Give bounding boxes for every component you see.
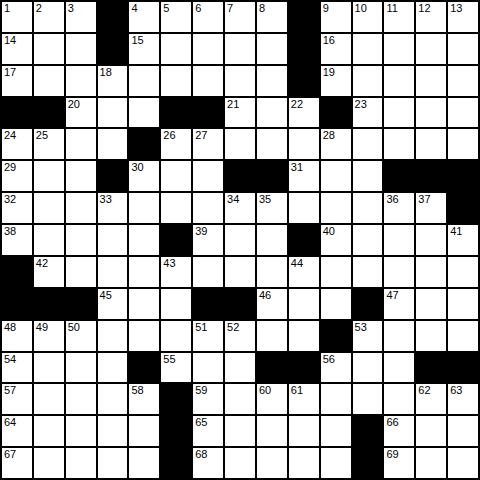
cell-r14c9[interactable] <box>257 416 287 446</box>
cell-r9c5[interactable] <box>129 257 159 287</box>
cell-r7c8[interactable]: 34 <box>225 193 255 223</box>
cell-r8c12[interactable] <box>353 225 383 255</box>
clue-number-18: 18 <box>100 66 112 79</box>
cell-r13c5[interactable]: 58 <box>129 384 159 414</box>
cell-r8c8[interactable] <box>225 225 255 255</box>
clue-number-45: 45 <box>100 289 112 302</box>
black-cell-r6c13 <box>384 161 414 191</box>
clue-number-8: 8 <box>259 2 265 15</box>
cell-r3c7[interactable] <box>193 66 223 96</box>
cell-r1c1[interactable]: 1 <box>2 2 32 32</box>
black-cell-r10c3 <box>66 289 96 319</box>
black-cell-r7c15 <box>448 193 478 223</box>
cell-r9c10[interactable]: 44 <box>289 257 319 287</box>
cell-r1c6[interactable]: 5 <box>161 2 191 32</box>
black-cell-r3c10 <box>289 66 319 96</box>
cell-r9c8[interactable] <box>225 257 255 287</box>
cell-r8c15[interactable]: 41 <box>448 225 478 255</box>
black-cell-r4c1 <box>2 98 32 128</box>
black-cell-r10c12 <box>353 289 383 319</box>
cell-r1c9[interactable]: 8 <box>257 2 287 32</box>
cell-r5c4[interactable] <box>98 129 128 159</box>
cell-r15c14[interactable] <box>416 448 446 478</box>
cell-r15c10[interactable] <box>289 448 319 478</box>
black-cell-r9c1 <box>2 257 32 287</box>
clue-number-39: 39 <box>195 225 207 238</box>
cell-r8c3[interactable] <box>66 225 96 255</box>
clue-number-16: 16 <box>323 34 335 47</box>
cell-r3c15[interactable] <box>448 66 478 96</box>
cell-r6c12[interactable] <box>353 161 383 191</box>
clue-number-10: 10 <box>355 2 367 15</box>
clue-number-64: 64 <box>4 416 16 429</box>
black-cell-r12c5 <box>129 353 159 383</box>
clue-number-66: 66 <box>386 416 398 429</box>
cell-r15c4[interactable] <box>98 448 128 478</box>
cell-r12c12[interactable] <box>353 353 383 383</box>
cell-r3c5[interactable] <box>129 66 159 96</box>
cell-r9c13[interactable] <box>384 257 414 287</box>
clue-number-59: 59 <box>195 384 207 397</box>
clue-number-43: 43 <box>163 257 175 270</box>
cell-r3c6[interactable] <box>161 66 191 96</box>
cell-r7c5[interactable] <box>129 193 159 223</box>
clue-number-11: 11 <box>386 2 397 15</box>
cell-r11c2[interactable]: 49 <box>34 321 64 351</box>
clue-number-69: 69 <box>386 448 398 461</box>
cell-r4c3[interactable]: 20 <box>66 98 96 128</box>
cell-r15c11[interactable] <box>321 448 351 478</box>
cell-r2c2[interactable] <box>34 34 64 64</box>
cell-r7c12[interactable] <box>353 193 383 223</box>
cell-r7c3[interactable] <box>66 193 96 223</box>
cell-r8c13[interactable] <box>384 225 414 255</box>
clue-number-19: 19 <box>323 66 335 79</box>
cell-r6c3[interactable] <box>66 161 96 191</box>
clue-number-26: 26 <box>163 129 175 142</box>
clue-number-9: 9 <box>323 2 329 15</box>
cell-r11c9[interactable] <box>257 321 287 351</box>
cell-r8c2[interactable] <box>34 225 64 255</box>
cell-r2c5[interactable]: 15 <box>129 34 159 64</box>
clue-number-62: 62 <box>418 384 430 397</box>
cell-r14c7[interactable]: 65 <box>193 416 223 446</box>
cell-r10c9[interactable]: 46 <box>257 289 287 319</box>
black-cell-r12c15 <box>448 353 478 383</box>
cell-r15c15[interactable] <box>448 448 478 478</box>
cell-r2c7[interactable] <box>193 34 223 64</box>
cell-r11c10[interactable] <box>289 321 319 351</box>
cell-r8c1[interactable]: 38 <box>2 225 32 255</box>
cell-r15c3[interactable] <box>66 448 96 478</box>
clue-number-57: 57 <box>4 384 16 397</box>
cell-r1c12[interactable]: 10 <box>353 2 383 32</box>
clue-number-63: 63 <box>450 384 462 397</box>
cell-r7c2[interactable] <box>34 193 64 223</box>
cell-r9c14[interactable] <box>416 257 446 287</box>
cell-r14c10[interactable] <box>289 416 319 446</box>
black-cell-r10c1 <box>2 289 32 319</box>
clue-number-50: 50 <box>68 321 80 334</box>
clue-number-25: 25 <box>36 129 48 142</box>
cell-r11c14[interactable] <box>416 321 446 351</box>
cell-r9c9[interactable] <box>257 257 287 287</box>
clue-number-23: 23 <box>355 98 367 111</box>
clue-number-22: 22 <box>291 98 303 111</box>
clue-number-28: 28 <box>323 129 335 142</box>
cell-r8c14[interactable] <box>416 225 446 255</box>
cell-r9c6[interactable]: 43 <box>161 257 191 287</box>
cell-r12c4[interactable] <box>98 353 128 383</box>
clue-number-55: 55 <box>163 353 175 366</box>
cell-r6c11[interactable] <box>321 161 351 191</box>
cell-r10c4[interactable]: 45 <box>98 289 128 319</box>
cell-r4c10[interactable]: 22 <box>289 98 319 128</box>
black-cell-r5c5 <box>129 129 159 159</box>
clue-number-6: 6 <box>195 2 201 15</box>
cell-r4c4[interactable] <box>98 98 128 128</box>
cell-r2c11[interactable]: 16 <box>321 34 351 64</box>
black-cell-r12c10 <box>289 353 319 383</box>
cell-r1c14[interactable]: 12 <box>416 2 446 32</box>
black-cell-r6c8 <box>225 161 255 191</box>
cell-r2c15[interactable] <box>448 34 478 64</box>
cell-r9c12[interactable] <box>353 257 383 287</box>
clue-number-56: 56 <box>323 353 335 366</box>
cell-r9c11[interactable] <box>321 257 351 287</box>
cell-r15c1[interactable]: 67 <box>2 448 32 478</box>
cell-r7c11[interactable] <box>321 193 351 223</box>
clue-number-21: 21 <box>227 98 239 111</box>
black-cell-r4c2 <box>34 98 64 128</box>
cell-r3c3[interactable] <box>66 66 96 96</box>
cell-r11c4[interactable] <box>98 321 128 351</box>
cell-r5c13[interactable] <box>384 129 414 159</box>
cell-r5c2[interactable]: 25 <box>34 129 64 159</box>
clue-number-49: 49 <box>36 321 48 334</box>
cell-r3c13[interactable] <box>384 66 414 96</box>
clue-number-44: 44 <box>291 257 303 270</box>
cell-r6c5[interactable]: 30 <box>129 161 159 191</box>
cell-r9c15[interactable] <box>448 257 478 287</box>
clue-number-40: 40 <box>323 225 335 238</box>
clue-number-1: 1 <box>4 2 10 15</box>
cell-r4c12[interactable]: 23 <box>353 98 383 128</box>
clue-number-31: 31 <box>291 161 303 174</box>
cell-r10c15[interactable] <box>448 289 478 319</box>
cell-r5c10[interactable] <box>289 129 319 159</box>
black-cell-r4c6 <box>161 98 191 128</box>
cell-r3c12[interactable] <box>353 66 383 96</box>
cell-r13c13[interactable] <box>384 384 414 414</box>
cell-r5c1[interactable]: 24 <box>2 129 32 159</box>
black-cell-r15c12 <box>353 448 383 478</box>
cell-r4c13[interactable] <box>384 98 414 128</box>
clue-number-61: 61 <box>291 384 303 397</box>
cell-r10c6[interactable] <box>161 289 191 319</box>
cell-r13c9[interactable]: 60 <box>257 384 287 414</box>
clue-number-13: 13 <box>450 2 462 15</box>
cell-r3c9[interactable] <box>257 66 287 96</box>
cell-r7c14[interactable]: 37 <box>416 193 446 223</box>
black-cell-r12c14 <box>416 353 446 383</box>
cell-r11c13[interactable] <box>384 321 414 351</box>
cell-r6c7[interactable] <box>193 161 223 191</box>
black-cell-r1c4 <box>98 2 128 32</box>
clue-number-58: 58 <box>131 384 143 397</box>
cell-r8c7[interactable]: 39 <box>193 225 223 255</box>
cell-r1c11[interactable]: 9 <box>321 2 351 32</box>
cell-r5c15[interactable] <box>448 129 478 159</box>
cell-r4c14[interactable] <box>416 98 446 128</box>
cell-r13c14[interactable]: 62 <box>416 384 446 414</box>
cell-r2c1[interactable]: 14 <box>2 34 32 64</box>
cell-r2c12[interactable] <box>353 34 383 64</box>
clue-number-7: 7 <box>227 2 233 15</box>
cell-r13c1[interactable]: 57 <box>2 384 32 414</box>
cell-r12c2[interactable] <box>34 353 64 383</box>
cell-r14c5[interactable] <box>129 416 159 446</box>
cell-r12c3[interactable] <box>66 353 96 383</box>
cell-r2c8[interactable] <box>225 34 255 64</box>
cell-r7c1[interactable]: 32 <box>2 193 32 223</box>
cell-r13c8[interactable] <box>225 384 255 414</box>
cell-r2c13[interactable] <box>384 34 414 64</box>
cell-r12c1[interactable]: 54 <box>2 353 32 383</box>
cell-r11c3[interactable]: 50 <box>66 321 96 351</box>
cell-r5c7[interactable]: 27 <box>193 129 223 159</box>
clue-number-51: 51 <box>195 321 207 334</box>
cell-r15c7[interactable]: 68 <box>193 448 223 478</box>
cell-r6c6[interactable] <box>161 161 191 191</box>
cell-r14c13[interactable]: 66 <box>384 416 414 446</box>
clue-number-37: 37 <box>418 193 430 206</box>
cell-r1c15[interactable]: 13 <box>448 2 478 32</box>
black-cell-r10c2 <box>34 289 64 319</box>
black-cell-r12c9 <box>257 353 287 383</box>
cell-r8c11[interactable]: 40 <box>321 225 351 255</box>
cell-r13c3[interactable] <box>66 384 96 414</box>
cell-r5c6[interactable]: 26 <box>161 129 191 159</box>
cell-r10c13[interactable]: 47 <box>384 289 414 319</box>
clue-number-53: 53 <box>355 321 367 334</box>
cell-r13c11[interactable] <box>321 384 351 414</box>
cell-r4c15[interactable] <box>448 98 478 128</box>
clue-number-52: 52 <box>227 321 239 334</box>
cell-r14c1[interactable]: 64 <box>2 416 32 446</box>
black-cell-r14c6 <box>161 416 191 446</box>
black-cell-r15c6 <box>161 448 191 478</box>
cell-r13c12[interactable] <box>353 384 383 414</box>
cell-r13c4[interactable] <box>98 384 128 414</box>
cell-r14c4[interactable] <box>98 416 128 446</box>
clue-number-54: 54 <box>4 353 16 366</box>
cell-r4c9[interactable] <box>257 98 287 128</box>
cell-r11c6[interactable] <box>161 321 191 351</box>
black-cell-r10c8 <box>225 289 255 319</box>
clue-number-14: 14 <box>4 34 16 47</box>
cell-r2c9[interactable] <box>257 34 287 64</box>
cell-r14c2[interactable] <box>34 416 64 446</box>
cell-r12c8[interactable] <box>225 353 255 383</box>
cell-r8c5[interactable] <box>129 225 159 255</box>
black-cell-r4c11 <box>321 98 351 128</box>
cell-r14c8[interactable] <box>225 416 255 446</box>
clue-number-41: 41 <box>450 225 462 238</box>
cell-r4c5[interactable] <box>129 98 159 128</box>
clue-number-32: 32 <box>4 193 16 206</box>
clue-number-27: 27 <box>195 129 207 142</box>
cell-r10c11[interactable] <box>321 289 351 319</box>
cell-r5c12[interactable] <box>353 129 383 159</box>
clue-number-35: 35 <box>259 193 271 206</box>
cell-r3c2[interactable] <box>34 66 64 96</box>
cell-r11c12[interactable]: 53 <box>353 321 383 351</box>
cell-r11c1[interactable]: 48 <box>2 321 32 351</box>
cell-r13c7[interactable]: 59 <box>193 384 223 414</box>
cell-r1c13[interactable]: 11 <box>384 2 414 32</box>
black-cell-r6c15 <box>448 161 478 191</box>
black-cell-r4c7 <box>193 98 223 128</box>
clue-number-34: 34 <box>227 193 239 206</box>
black-cell-r6c9 <box>257 161 287 191</box>
black-cell-r10c7 <box>193 289 223 319</box>
black-cell-r14c12 <box>353 416 383 446</box>
clue-number-36: 36 <box>386 193 398 206</box>
cell-r7c6[interactable] <box>161 193 191 223</box>
cell-r14c3[interactable] <box>66 416 96 446</box>
cell-r10c5[interactable] <box>129 289 159 319</box>
cell-r14c14[interactable] <box>416 416 446 446</box>
clue-number-60: 60 <box>259 384 271 397</box>
cell-r12c11[interactable]: 56 <box>321 353 351 383</box>
cell-r15c8[interactable] <box>225 448 255 478</box>
cell-r2c6[interactable] <box>161 34 191 64</box>
cell-r9c7[interactable] <box>193 257 223 287</box>
cell-r1c2[interactable]: 2 <box>34 2 64 32</box>
cell-r9c2[interactable]: 42 <box>34 257 64 287</box>
cell-r10c10[interactable] <box>289 289 319 319</box>
cell-r7c7[interactable] <box>193 193 223 223</box>
cell-r12c6[interactable]: 55 <box>161 353 191 383</box>
cell-r7c9[interactable]: 35 <box>257 193 287 223</box>
cell-r1c3[interactable]: 3 <box>66 2 96 32</box>
cell-r8c9[interactable] <box>257 225 287 255</box>
cell-r2c3[interactable] <box>66 34 96 64</box>
cell-r15c13[interactable]: 69 <box>384 448 414 478</box>
clue-number-5: 5 <box>163 2 169 15</box>
cell-r12c7[interactable] <box>193 353 223 383</box>
cell-r1c8[interactable]: 7 <box>225 2 255 32</box>
clue-number-30: 30 <box>131 161 143 174</box>
black-cell-r13c6 <box>161 384 191 414</box>
cell-r3c8[interactable] <box>225 66 255 96</box>
clue-number-46: 46 <box>259 289 271 302</box>
cell-r1c5[interactable]: 4 <box>129 2 159 32</box>
cell-r13c10[interactable]: 61 <box>289 384 319 414</box>
clue-number-65: 65 <box>195 416 207 429</box>
clue-number-3: 3 <box>68 2 74 15</box>
cell-r6c10[interactable]: 31 <box>289 161 319 191</box>
cell-r3c14[interactable] <box>416 66 446 96</box>
cell-r14c15[interactable] <box>448 416 478 446</box>
cell-r15c9[interactable] <box>257 448 287 478</box>
cell-r11c7[interactable]: 51 <box>193 321 223 351</box>
clue-number-12: 12 <box>418 2 430 15</box>
clue-number-15: 15 <box>131 34 143 47</box>
clue-number-2: 2 <box>36 2 42 15</box>
cell-r15c5[interactable] <box>129 448 159 478</box>
cell-r13c2[interactable] <box>34 384 64 414</box>
black-cell-r6c14 <box>416 161 446 191</box>
clue-number-24: 24 <box>4 129 16 142</box>
clue-number-29: 29 <box>4 161 16 174</box>
cell-r3c11[interactable]: 19 <box>321 66 351 96</box>
black-cell-r8c10 <box>289 225 319 255</box>
clue-number-17: 17 <box>4 66 16 79</box>
black-cell-r1c10 <box>289 2 319 32</box>
clue-number-42: 42 <box>36 257 48 270</box>
cell-r7c4[interactable]: 33 <box>98 193 128 223</box>
cell-r4c8[interactable]: 21 <box>225 98 255 128</box>
clue-number-48: 48 <box>4 321 16 334</box>
cell-r5c14[interactable] <box>416 129 446 159</box>
cell-r11c15[interactable] <box>448 321 478 351</box>
cell-r1c7[interactable]: 6 <box>193 2 223 32</box>
cell-r5c9[interactable] <box>257 129 287 159</box>
cell-r5c3[interactable] <box>66 129 96 159</box>
black-cell-r8c6 <box>161 225 191 255</box>
black-cell-r2c4 <box>98 34 128 64</box>
cell-r2c14[interactable] <box>416 34 446 64</box>
cell-r8c4[interactable] <box>98 225 128 255</box>
cell-r11c8[interactable]: 52 <box>225 321 255 351</box>
clue-number-38: 38 <box>4 225 16 238</box>
cell-r10c14[interactable] <box>416 289 446 319</box>
black-cell-r2c10 <box>289 34 319 64</box>
cell-r3c4[interactable]: 18 <box>98 66 128 96</box>
clue-number-20: 20 <box>68 98 80 111</box>
clue-number-4: 4 <box>131 2 137 15</box>
cell-r5c11[interactable]: 28 <box>321 129 351 159</box>
cell-r5c8[interactable] <box>225 129 255 159</box>
cell-r7c10[interactable] <box>289 193 319 223</box>
crossword-grid: 1234567891011121314151617181920212223242… <box>0 0 480 480</box>
cell-r14c11[interactable] <box>321 416 351 446</box>
clue-number-68: 68 <box>195 448 207 461</box>
cell-r12c13[interactable] <box>384 353 414 383</box>
cell-r15c2[interactable] <box>34 448 64 478</box>
cell-r9c3[interactable] <box>66 257 96 287</box>
cell-r13c15[interactable]: 63 <box>448 384 478 414</box>
cell-r6c1[interactable]: 29 <box>2 161 32 191</box>
clue-number-67: 67 <box>4 448 16 461</box>
cell-r6c2[interactable] <box>34 161 64 191</box>
black-cell-r11c11 <box>321 321 351 351</box>
clue-number-33: 33 <box>100 193 112 206</box>
cell-r7c13[interactable]: 36 <box>384 193 414 223</box>
cell-r9c4[interactable] <box>98 257 128 287</box>
cell-r3c1[interactable]: 17 <box>2 66 32 96</box>
black-cell-r6c4 <box>98 161 128 191</box>
cell-r11c5[interactable] <box>129 321 159 351</box>
clue-number-47: 47 <box>386 289 398 302</box>
